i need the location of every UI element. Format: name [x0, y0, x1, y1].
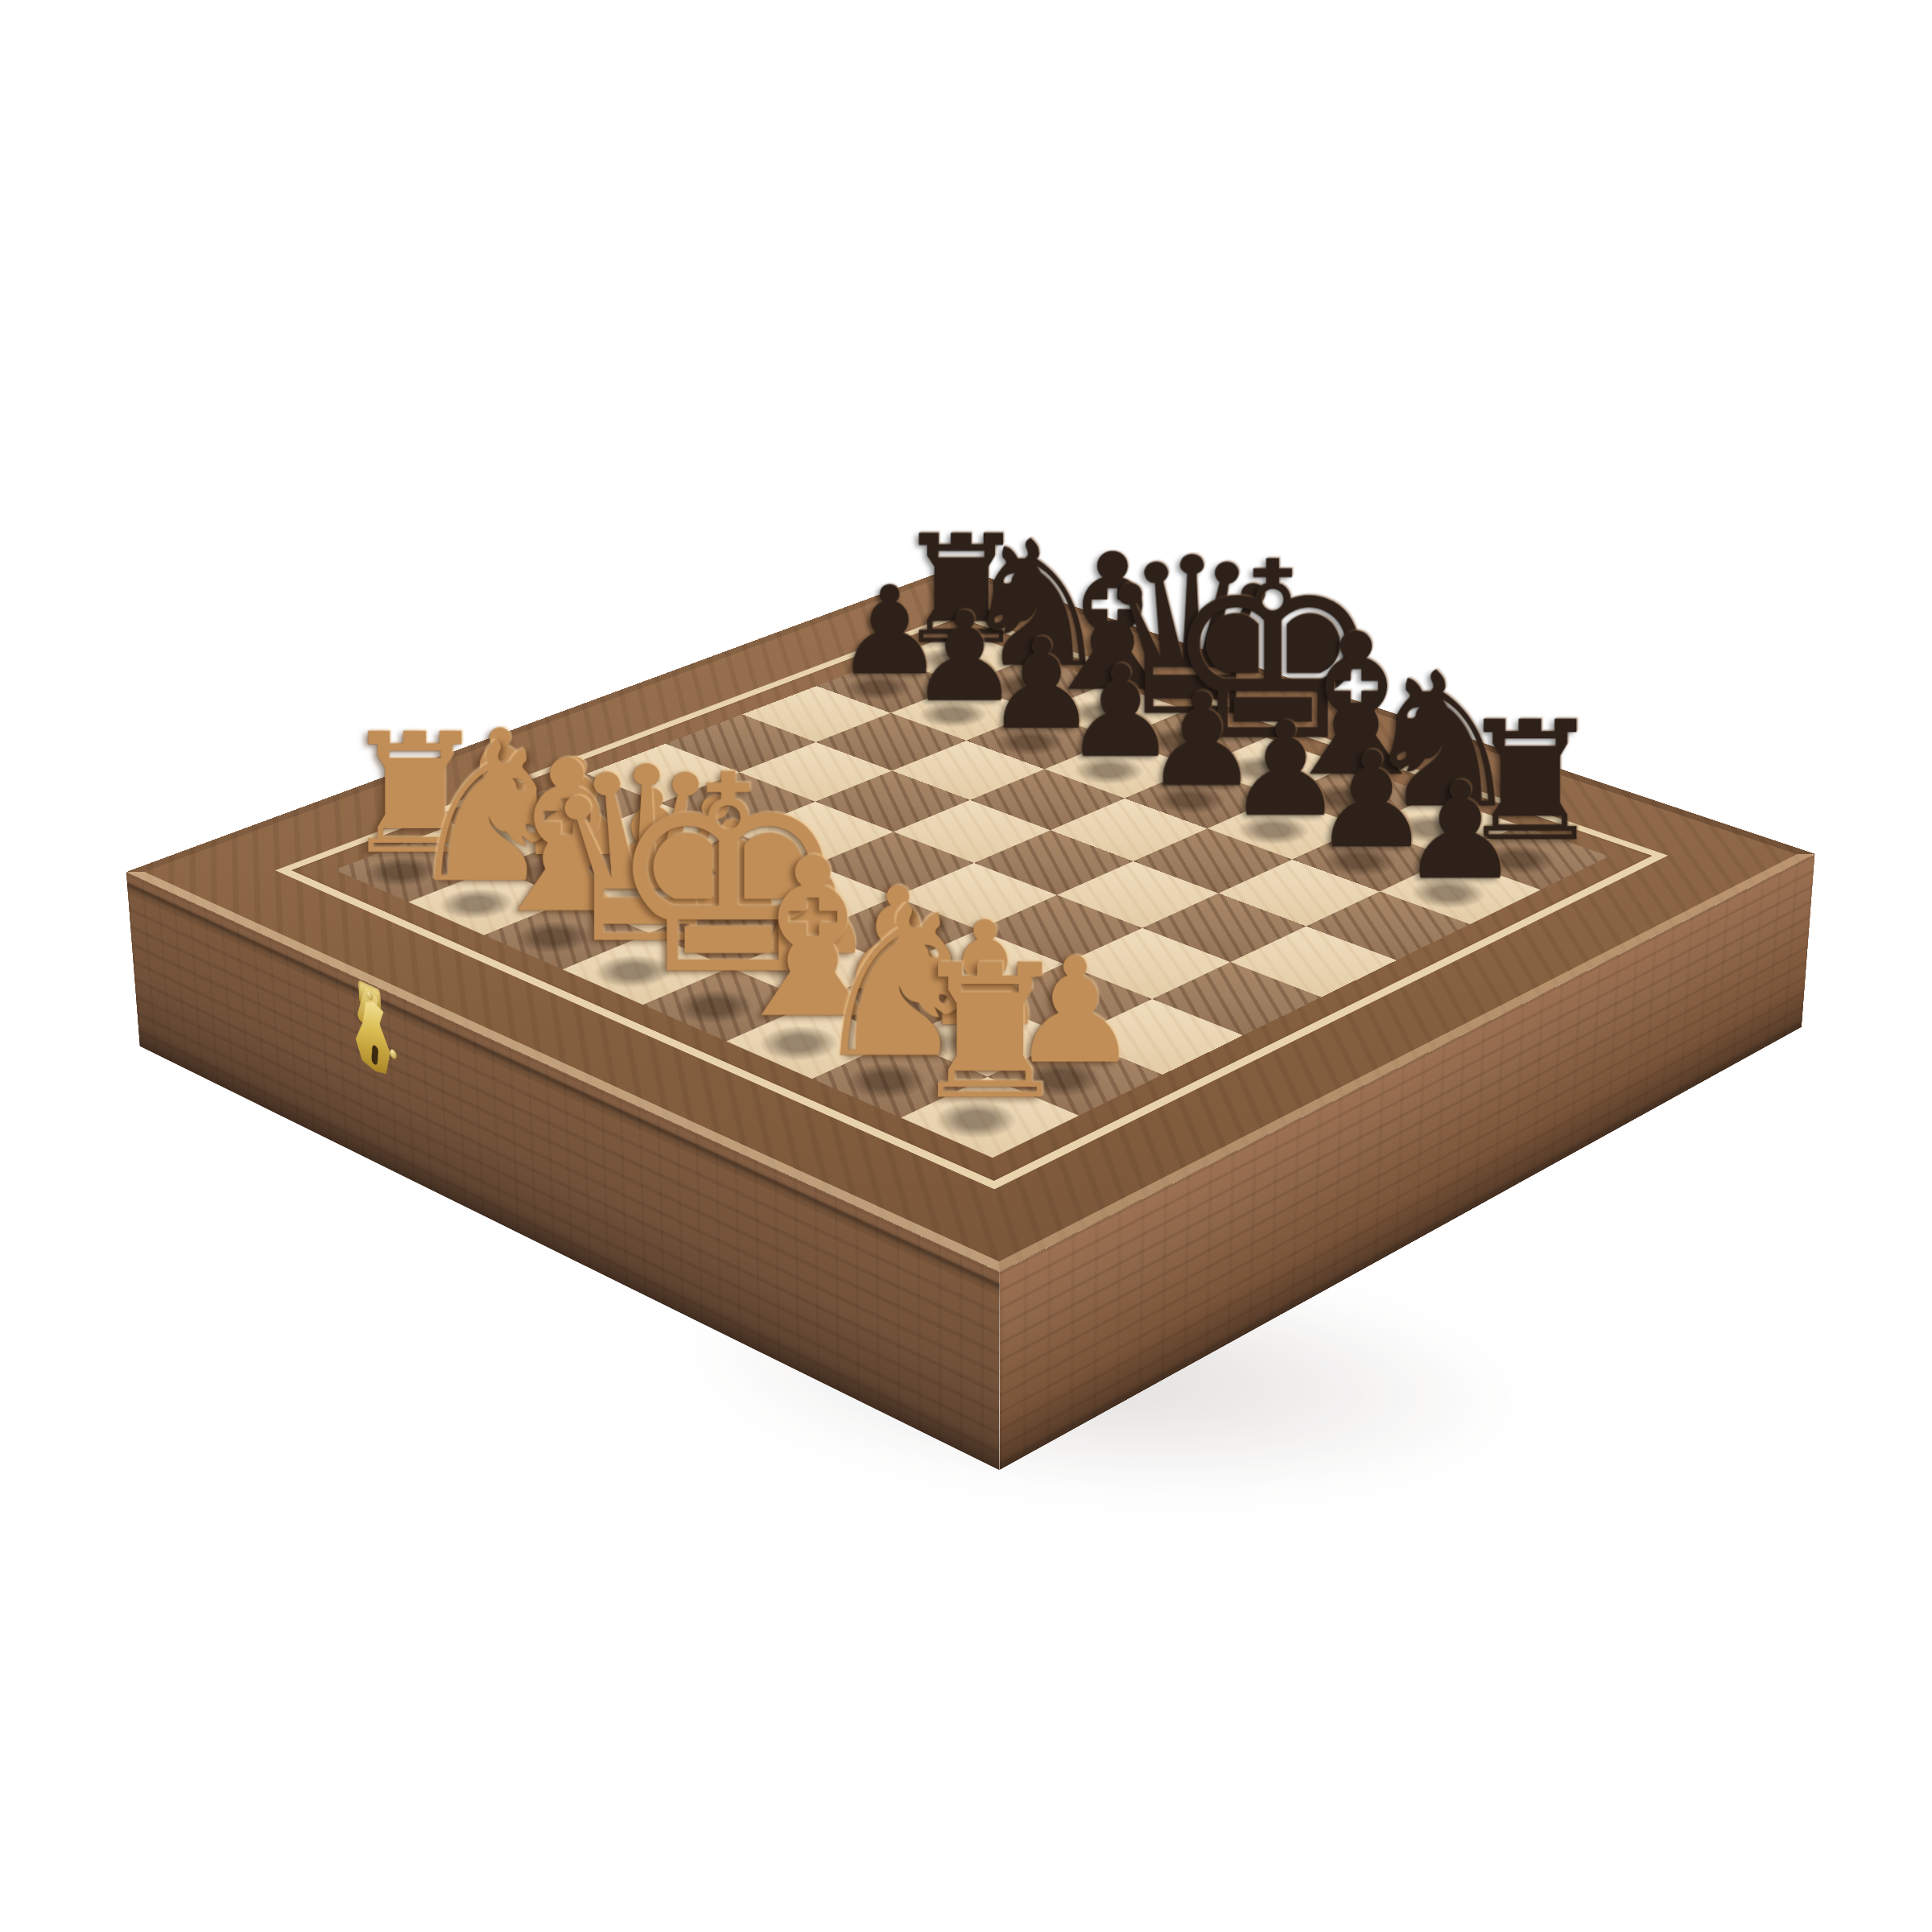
latch-hasp: [352, 989, 394, 1081]
perspective-wrapper: ♜♞♝♛♚♝♞♜♟♟♟♟♟♟♟♟♟♟♟♟♟♟♟♟♜♞♝♛♚♝♞♜: [0, 0, 1932, 1932]
board-top: ♜♞♝♛♚♝♞♜♟♟♟♟♟♟♟♟♟♟♟♟♟♟♟♟♜♞♝♛♚♝♞♜: [126, 567, 1815, 1272]
black-pawn-glyph: ♟: [1400, 764, 1521, 898]
latch-screw: [390, 1048, 397, 1060]
chess-box: ♜♞♝♛♚♝♞♜♟♟♟♟♟♟♟♟♟♟♟♟♟♟♟♟♜♞♝♛♚♝♞♜: [126, 567, 1815, 1272]
white-rook-glyph: ♜: [907, 941, 1072, 1125]
chess-set-photo: ♜♞♝♛♚♝♞♜♟♟♟♟♟♟♟♟♟♟♟♟♟♟♟♟♜♞♝♛♚♝♞♜: [0, 0, 1932, 1932]
